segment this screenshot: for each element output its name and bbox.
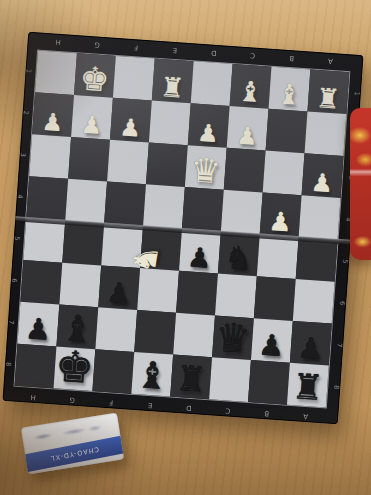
square-b1[interactable]: ♝ bbox=[269, 67, 311, 112]
white-pawn-f2: ♟ bbox=[119, 115, 142, 141]
square-d8[interactable]: ♜ bbox=[170, 355, 212, 400]
square-a1[interactable]: ♜ bbox=[307, 69, 349, 114]
square-a3[interactable]: ♟ bbox=[302, 153, 344, 198]
square-b3[interactable] bbox=[263, 151, 305, 196]
square-c5[interactable]: ♞ bbox=[218, 232, 260, 277]
file-label-H: H bbox=[38, 36, 77, 47]
black-king-g8: ♚ bbox=[54, 344, 96, 391]
square-e4[interactable] bbox=[143, 184, 185, 229]
file-label-B: B bbox=[272, 53, 311, 64]
white-bishop-c1: ♝ bbox=[237, 78, 264, 109]
black-bishop-e8: ♝ bbox=[134, 356, 170, 396]
white-pawn-h2: ♟ bbox=[41, 110, 64, 136]
square-a2[interactable] bbox=[305, 111, 347, 156]
square-e5[interactable]: ♞ bbox=[140, 226, 182, 271]
white-pawn-c2: ♟ bbox=[235, 124, 258, 150]
white-bishop-b1: ♝ bbox=[275, 80, 302, 111]
square-b6[interactable] bbox=[254, 276, 296, 321]
black-rook-d8: ♜ bbox=[174, 361, 208, 399]
file-label-E: E bbox=[155, 45, 194, 56]
desk-scene: HGFEDCBA HGFEDCBA 12345678 12345678 ♚♜♝♝… bbox=[0, 0, 371, 495]
square-e2[interactable] bbox=[149, 101, 191, 146]
square-e3[interactable] bbox=[146, 142, 188, 187]
file-label-E: E bbox=[130, 400, 169, 411]
square-g8[interactable]: ♚ bbox=[53, 346, 95, 391]
square-f3[interactable] bbox=[107, 140, 149, 185]
square-d2[interactable]: ♟ bbox=[188, 103, 230, 148]
square-c7[interactable]: ♛ bbox=[212, 315, 254, 360]
square-h6[interactable] bbox=[20, 260, 62, 305]
white-knight-e5: ♞ bbox=[127, 243, 164, 276]
square-a6[interactable] bbox=[293, 279, 335, 324]
file-label-C: C bbox=[233, 50, 272, 61]
square-e1[interactable]: ♜ bbox=[152, 59, 194, 104]
square-b8[interactable] bbox=[248, 360, 290, 405]
black-queen-c7: ♛ bbox=[214, 317, 253, 360]
file-label-G: G bbox=[53, 394, 92, 405]
file-label-H: H bbox=[14, 392, 53, 403]
square-h1[interactable] bbox=[35, 50, 77, 95]
white-king-g1: ♚ bbox=[79, 61, 111, 97]
square-d6[interactable] bbox=[176, 271, 218, 316]
square-f4[interactable] bbox=[104, 182, 146, 227]
file-label-A: A bbox=[286, 411, 325, 422]
file-label-B: B bbox=[247, 408, 286, 419]
eraser: CHAO-YD-XL bbox=[21, 413, 124, 475]
square-g5[interactable] bbox=[62, 221, 104, 266]
square-h2[interactable]: ♟ bbox=[32, 92, 74, 137]
square-d7[interactable] bbox=[173, 313, 215, 358]
square-b7[interactable]: ♟ bbox=[251, 318, 293, 363]
black-pawn-h7: ♟ bbox=[24, 314, 52, 346]
black-rook-a8: ♜ bbox=[291, 369, 325, 407]
square-a7[interactable]: ♟ bbox=[290, 321, 332, 366]
square-h8[interactable] bbox=[15, 344, 57, 389]
file-label-F: F bbox=[91, 397, 130, 408]
white-pawn-g2: ♟ bbox=[80, 113, 103, 139]
square-b4[interactable]: ♟ bbox=[260, 192, 302, 237]
file-label-C: C bbox=[208, 405, 247, 416]
square-c1[interactable]: ♝ bbox=[230, 64, 272, 109]
black-pawn-f6: ♟ bbox=[105, 279, 132, 310]
square-c6[interactable] bbox=[215, 274, 257, 319]
square-f2[interactable]: ♟ bbox=[110, 98, 152, 143]
square-f6[interactable]: ♟ bbox=[98, 265, 140, 310]
board-grid: ♚♜♝♝♜♟♟♟♟♟♛♟♟♞♟♞♟♟♝♛♟♟♚♝♜♜ bbox=[15, 50, 350, 407]
square-e7[interactable] bbox=[134, 310, 176, 355]
white-pawn-d2: ♟ bbox=[197, 121, 220, 147]
square-g2[interactable]: ♟ bbox=[71, 95, 113, 140]
square-d1[interactable] bbox=[191, 61, 233, 106]
square-h7[interactable]: ♟ bbox=[18, 302, 60, 347]
black-knight-c5: ♞ bbox=[223, 241, 254, 276]
square-d4[interactable] bbox=[182, 187, 224, 232]
square-a4[interactable] bbox=[299, 195, 341, 240]
eraser-band-text: CHAO-YD-XL bbox=[49, 445, 99, 462]
white-rook-a1: ♜ bbox=[315, 84, 341, 114]
square-f8[interactable] bbox=[92, 349, 134, 394]
chess-board: HGFEDCBA HGFEDCBA 12345678 12345678 ♚♜♝♝… bbox=[3, 32, 364, 425]
square-b2[interactable] bbox=[266, 109, 308, 154]
square-a8[interactable]: ♜ bbox=[287, 363, 329, 408]
square-h4[interactable] bbox=[26, 176, 68, 221]
square-f7[interactable] bbox=[95, 307, 137, 352]
file-label-D: D bbox=[194, 47, 233, 58]
white-pawn-b4: ♟ bbox=[268, 208, 293, 237]
black-pawn-b7: ♟ bbox=[257, 331, 285, 363]
square-d3[interactable]: ♛ bbox=[185, 145, 227, 190]
white-pawn-a3: ♟ bbox=[310, 170, 334, 198]
square-b5[interactable] bbox=[257, 234, 299, 279]
square-a5[interactable] bbox=[296, 237, 338, 282]
eraser-print-marks bbox=[32, 422, 103, 443]
file-label-F: F bbox=[116, 42, 155, 53]
square-f1[interactable] bbox=[113, 56, 155, 101]
file-label-D: D bbox=[169, 403, 208, 414]
square-g4[interactable] bbox=[65, 179, 107, 224]
square-c2[interactable]: ♟ bbox=[227, 106, 269, 151]
square-g6[interactable] bbox=[59, 263, 101, 308]
black-pawn-a7: ♟ bbox=[296, 333, 324, 365]
square-h3[interactable] bbox=[29, 134, 71, 179]
square-c3[interactable] bbox=[224, 148, 266, 193]
square-c8[interactable] bbox=[209, 357, 251, 402]
square-e8[interactable]: ♝ bbox=[131, 352, 173, 397]
file-label-A: A bbox=[311, 56, 350, 67]
square-g3[interactable] bbox=[68, 137, 110, 182]
square-g1[interactable]: ♚ bbox=[74, 53, 116, 98]
square-h5[interactable] bbox=[23, 218, 65, 263]
red-tin bbox=[350, 108, 371, 260]
white-rook-e1: ♜ bbox=[159, 73, 185, 103]
square-d5[interactable]: ♟ bbox=[179, 229, 221, 274]
file-label-G: G bbox=[77, 39, 116, 50]
square-c4[interactable] bbox=[221, 190, 263, 235]
black-pawn-d5: ♟ bbox=[186, 243, 212, 273]
white-queen-d3: ♛ bbox=[189, 152, 222, 189]
